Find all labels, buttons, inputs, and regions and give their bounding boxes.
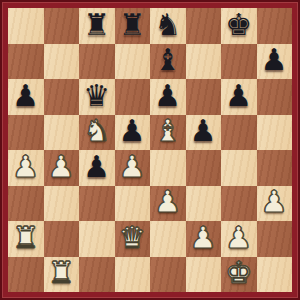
square-f7[interactable] [186,44,222,80]
square-g1[interactable]: ♚ [221,257,257,293]
square-e8[interactable]: ♞ [150,8,186,44]
piece-black-pawn-c4[interactable]: ♟ [83,152,110,182]
square-a1[interactable] [8,257,44,293]
square-b1[interactable]: ♜ [44,257,80,293]
square-f3[interactable] [186,186,222,222]
piece-black-pawn-e6[interactable]: ♟ [154,81,181,111]
board-frame: ♜♜♞♚♝♟♟♛♟♟♞♟♝♟♟♟♟♟♟♟♜♛♟♟♜♚ [0,0,300,300]
square-h6[interactable] [257,79,293,115]
piece-black-pawn-g6[interactable]: ♟ [225,81,252,111]
square-h1[interactable] [257,257,293,293]
square-a7[interactable] [8,44,44,80]
square-h8[interactable] [257,8,293,44]
piece-white-knight-c5[interactable]: ♞ [83,116,110,146]
square-c4[interactable]: ♟ [79,150,115,186]
square-b6[interactable] [44,79,80,115]
square-g5[interactable] [221,115,257,151]
piece-black-king-g8[interactable]: ♚ [225,10,252,40]
square-b4[interactable]: ♟ [44,150,80,186]
square-g6[interactable]: ♟ [221,79,257,115]
square-g7[interactable] [221,44,257,80]
piece-black-bishop-e7[interactable]: ♝ [154,45,181,75]
square-f8[interactable] [186,8,222,44]
square-b8[interactable] [44,8,80,44]
square-g2[interactable]: ♟ [221,221,257,257]
square-b3[interactable] [44,186,80,222]
piece-black-rook-d8[interactable]: ♜ [119,10,146,40]
square-h2[interactable] [257,221,293,257]
square-c1[interactable] [79,257,115,293]
piece-white-pawn-e3[interactable]: ♟ [154,187,181,217]
square-f1[interactable] [186,257,222,293]
piece-white-rook-b1[interactable]: ♜ [48,258,75,288]
square-a2[interactable]: ♜ [8,221,44,257]
piece-black-pawn-f5[interactable]: ♟ [190,116,217,146]
square-g3[interactable] [221,186,257,222]
square-c5[interactable]: ♞ [79,115,115,151]
piece-black-pawn-h7[interactable]: ♟ [261,45,288,75]
square-a6[interactable]: ♟ [8,79,44,115]
square-a3[interactable] [8,186,44,222]
square-f2[interactable]: ♟ [186,221,222,257]
square-b2[interactable] [44,221,80,257]
square-d3[interactable] [115,186,151,222]
piece-black-rook-c8[interactable]: ♜ [83,10,110,40]
square-c2[interactable] [79,221,115,257]
square-e6[interactable]: ♟ [150,79,186,115]
square-f5[interactable]: ♟ [186,115,222,151]
square-h5[interactable] [257,115,293,151]
piece-white-pawn-f2[interactable]: ♟ [190,223,217,253]
square-a5[interactable] [8,115,44,151]
square-d6[interactable] [115,79,151,115]
square-e4[interactable] [150,150,186,186]
piece-white-pawn-h3[interactable]: ♟ [261,187,288,217]
square-a4[interactable]: ♟ [8,150,44,186]
square-c7[interactable] [79,44,115,80]
square-h4[interactable] [257,150,293,186]
piece-white-pawn-a4[interactable]: ♟ [12,152,39,182]
square-f4[interactable] [186,150,222,186]
square-h3[interactable]: ♟ [257,186,293,222]
square-e2[interactable] [150,221,186,257]
piece-black-pawn-d5[interactable]: ♟ [119,116,146,146]
square-f6[interactable] [186,79,222,115]
piece-white-queen-d2[interactable]: ♛ [119,223,146,253]
square-g4[interactable] [221,150,257,186]
square-c3[interactable] [79,186,115,222]
piece-black-queen-c6[interactable]: ♛ [83,81,110,111]
square-d8[interactable]: ♜ [115,8,151,44]
square-c8[interactable]: ♜ [79,8,115,44]
piece-white-king-g1[interactable]: ♚ [225,258,252,288]
square-e3[interactable]: ♟ [150,186,186,222]
piece-black-pawn-a6[interactable]: ♟ [12,81,39,111]
piece-white-pawn-g2[interactable]: ♟ [225,223,252,253]
square-h7[interactable]: ♟ [257,44,293,80]
square-e1[interactable] [150,257,186,293]
chess-board: ♜♜♞♚♝♟♟♛♟♟♞♟♝♟♟♟♟♟♟♟♜♛♟♟♜♚ [8,8,292,292]
square-e5[interactable]: ♝ [150,115,186,151]
square-d2[interactable]: ♛ [115,221,151,257]
square-e7[interactable]: ♝ [150,44,186,80]
square-b7[interactable] [44,44,80,80]
piece-white-rook-a2[interactable]: ♜ [12,223,39,253]
square-d5[interactable]: ♟ [115,115,151,151]
square-d1[interactable] [115,257,151,293]
square-d4[interactable]: ♟ [115,150,151,186]
piece-white-pawn-d4[interactable]: ♟ [119,152,146,182]
square-d7[interactable] [115,44,151,80]
piece-black-knight-e8[interactable]: ♞ [154,10,181,40]
piece-white-pawn-b4[interactable]: ♟ [48,152,75,182]
square-a8[interactable] [8,8,44,44]
square-b5[interactable] [44,115,80,151]
piece-white-bishop-e5[interactable]: ♝ [154,116,181,146]
square-c6[interactable]: ♛ [79,79,115,115]
square-g8[interactable]: ♚ [221,8,257,44]
